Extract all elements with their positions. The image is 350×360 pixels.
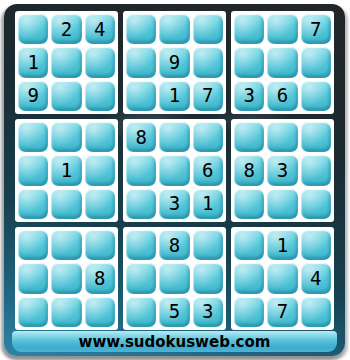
cell-r4c6[interactable] xyxy=(193,122,223,152)
sudoku-board: 241991773618631838853147 xyxy=(4,11,345,330)
site-banner: www.sudokusweb.com xyxy=(12,331,337,352)
sudoku-box-3: 736 xyxy=(231,11,334,114)
cell-r2c3[interactable] xyxy=(85,47,115,77)
cell-r8c8[interactable] xyxy=(267,263,297,293)
cell-r6c6[interactable]: 1 xyxy=(193,189,223,219)
cell-r2c8[interactable] xyxy=(267,47,297,77)
sudoku-box-6: 83 xyxy=(231,119,334,222)
cell-r5c3[interactable] xyxy=(85,155,115,185)
sudoku-box-5: 8631 xyxy=(123,119,226,222)
sudoku-box-9: 147 xyxy=(231,227,334,330)
cell-r7c9[interactable] xyxy=(301,230,331,260)
cell-r7c4[interactable] xyxy=(126,230,156,260)
cell-r2c1[interactable]: 1 xyxy=(18,47,48,77)
cell-r1c1[interactable] xyxy=(18,14,48,44)
cell-r2c5[interactable]: 9 xyxy=(159,47,189,77)
cell-r9c2[interactable] xyxy=(51,297,81,327)
cell-r6c2[interactable] xyxy=(51,189,81,219)
sudoku-box-4: 1 xyxy=(15,119,118,222)
cell-r3c8[interactable]: 6 xyxy=(267,81,297,111)
cell-r3c2[interactable] xyxy=(51,81,81,111)
cell-r4c2[interactable] xyxy=(51,122,81,152)
cell-r5c2[interactable]: 1 xyxy=(51,155,81,185)
cell-r9c1[interactable] xyxy=(18,297,48,327)
cell-r7c7[interactable] xyxy=(234,230,264,260)
sudoku-board-frame: 241991773618631838853147 www.sudokusweb.… xyxy=(4,4,345,356)
cell-r1c4[interactable] xyxy=(126,14,156,44)
cell-r8c3[interactable]: 8 xyxy=(85,263,115,293)
cell-r7c6[interactable] xyxy=(193,230,223,260)
cell-r8c7[interactable] xyxy=(234,263,264,293)
cell-r4c1[interactable] xyxy=(18,122,48,152)
sudoku-box-1: 2419 xyxy=(15,11,118,114)
cell-r9c9[interactable] xyxy=(301,297,331,327)
cell-r8c4[interactable] xyxy=(126,263,156,293)
cell-r7c2[interactable] xyxy=(51,230,81,260)
cell-r1c9[interactable]: 7 xyxy=(301,14,331,44)
cell-r1c3[interactable]: 4 xyxy=(85,14,115,44)
cell-r5c5[interactable] xyxy=(159,155,189,185)
cell-r4c4[interactable]: 8 xyxy=(126,122,156,152)
cell-r8c6[interactable] xyxy=(193,263,223,293)
cell-r9c3[interactable] xyxy=(85,297,115,327)
cell-r3c9[interactable] xyxy=(301,81,331,111)
cell-r2c4[interactable] xyxy=(126,47,156,77)
cell-r9c5[interactable]: 5 xyxy=(159,297,189,327)
cell-r2c6[interactable] xyxy=(193,47,223,77)
cell-r5c4[interactable] xyxy=(126,155,156,185)
cell-r7c8[interactable]: 1 xyxy=(267,230,297,260)
cell-r6c8[interactable] xyxy=(267,189,297,219)
cell-r3c5[interactable]: 1 xyxy=(159,81,189,111)
cell-r8c1[interactable] xyxy=(18,263,48,293)
cell-r9c7[interactable] xyxy=(234,297,264,327)
cell-r4c7[interactable] xyxy=(234,122,264,152)
cell-r6c3[interactable] xyxy=(85,189,115,219)
cell-r1c6[interactable] xyxy=(193,14,223,44)
cell-r9c8[interactable]: 7 xyxy=(267,297,297,327)
cell-r9c6[interactable]: 3 xyxy=(193,297,223,327)
cell-r6c9[interactable] xyxy=(301,189,331,219)
cell-r6c7[interactable] xyxy=(234,189,264,219)
sudoku-box-8: 853 xyxy=(123,227,226,330)
sudoku-box-2: 917 xyxy=(123,11,226,114)
cell-r5c8[interactable]: 3 xyxy=(267,155,297,185)
site-url-label: www.sudokusweb.com xyxy=(79,333,271,351)
cell-r1c8[interactable] xyxy=(267,14,297,44)
cell-r6c4[interactable] xyxy=(126,189,156,219)
cell-r3c3[interactable] xyxy=(85,81,115,111)
cell-r4c5[interactable] xyxy=(159,122,189,152)
cell-r1c2[interactable]: 2 xyxy=(51,14,81,44)
cell-r5c9[interactable] xyxy=(301,155,331,185)
cell-r2c2[interactable] xyxy=(51,47,81,77)
cell-r5c1[interactable] xyxy=(18,155,48,185)
cell-r3c4[interactable] xyxy=(126,81,156,111)
cell-r2c9[interactable] xyxy=(301,47,331,77)
cell-r5c7[interactable]: 8 xyxy=(234,155,264,185)
cell-r9c4[interactable] xyxy=(126,297,156,327)
cell-r1c7[interactable] xyxy=(234,14,264,44)
cell-r8c5[interactable] xyxy=(159,263,189,293)
cell-r3c7[interactable]: 3 xyxy=(234,81,264,111)
cell-r4c3[interactable] xyxy=(85,122,115,152)
cell-r7c3[interactable] xyxy=(85,230,115,260)
cell-r6c1[interactable] xyxy=(18,189,48,219)
cell-r8c2[interactable] xyxy=(51,263,81,293)
cell-r3c6[interactable]: 7 xyxy=(193,81,223,111)
sudoku-box-7: 8 xyxy=(15,227,118,330)
cell-r3c1[interactable]: 9 xyxy=(18,81,48,111)
cell-r4c8[interactable] xyxy=(267,122,297,152)
cell-r2c7[interactable] xyxy=(234,47,264,77)
cell-r5c6[interactable]: 6 xyxy=(193,155,223,185)
cell-r8c9[interactable]: 4 xyxy=(301,263,331,293)
cell-r1c5[interactable] xyxy=(159,14,189,44)
cell-r7c5[interactable]: 8 xyxy=(159,230,189,260)
cell-r7c1[interactable] xyxy=(18,230,48,260)
cell-r6c5[interactable]: 3 xyxy=(159,189,189,219)
cell-r4c9[interactable] xyxy=(301,122,331,152)
